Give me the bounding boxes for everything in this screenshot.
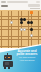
black-stone — [23, 18, 26, 21]
banner-text[interactable]: Accurate and polite answers We also supp… — [14, 49, 40, 61]
go-board[interactable] — [0, 10, 41, 48]
header-bar — [0, 0, 41, 10]
robot-panel — [5, 62, 9, 65]
robot-leg-right — [8, 67, 10, 69]
status-text-bar — [1, 1, 6, 3]
black-stone — [30, 28, 33, 31]
header-info-bar — [28, 4, 40, 6]
robot-mascot-icon — [2, 53, 14, 70]
header-divider — [30, 8, 40, 9]
black-stone — [30, 21, 33, 24]
app-screen: Accurate and polite answers We also supp… — [0, 0, 41, 72]
banner-subtitle: We also support your questions — [14, 56, 40, 61]
black-stone — [20, 21, 23, 24]
header-right-button[interactable] — [36, 1, 40, 4]
header-title-bar — [7, 1, 28, 4]
white-stone — [30, 34, 33, 37]
back-button[interactable] — [1, 5, 8, 7]
move-marker — [30, 11, 32, 13]
go-board-grid[interactable] — [0, 11, 41, 48]
banner-sub-line2: your questions — [14, 59, 40, 62]
white-stone — [23, 28, 26, 31]
robot-eye-right — [8, 57, 9, 58]
robot-leg-left — [4, 67, 6, 69]
white-stone — [10, 21, 13, 24]
banner-title: Accurate and polite answers — [14, 49, 40, 56]
